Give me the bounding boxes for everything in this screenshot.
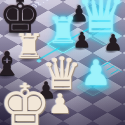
white-pawn-g2[interactable]: ♟ <box>48 90 72 117</box>
white-king-f1[interactable]: ♚ <box>0 76 51 125</box>
holo-pawn-g4[interactable]: ♟ <box>80 56 111 91</box>
chess-scene: 92.1% 27.9% ♚♟♟♟♝♟♜♛♚♟♜♛♟ <box>0 0 125 125</box>
black-pawn-e7[interactable]: ♟ <box>103 32 123 54</box>
